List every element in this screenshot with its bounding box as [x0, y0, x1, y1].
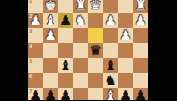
square-d1[interactable]: ♛ [88, 0, 103, 13]
white-pawn-icon[interactable]: ♟ [29, 13, 41, 28]
square-c7[interactable]: ♝ [103, 88, 118, 100]
white-knight-icon[interactable]: ♞ [74, 13, 86, 28]
square-b3[interactable]: ♟ [118, 28, 133, 43]
white-bishop-icon[interactable]: ♝ [104, 88, 116, 101]
square-f7[interactable]: ♟ [58, 88, 73, 100]
rank-label-1: 1 [29, 0, 32, 4]
black-pawn-icon[interactable]: ♟ [59, 88, 71, 101]
square-d2[interactable] [88, 13, 103, 28]
square-a4[interactable] [133, 43, 148, 58]
square-h3[interactable]: 3 [28, 28, 43, 43]
rank-label-6: 6 [29, 74, 32, 79]
square-d7[interactable] [88, 88, 103, 100]
black-pawn-icon[interactable]: ♟ [119, 88, 131, 101]
square-e6[interactable] [73, 73, 88, 88]
square-a2[interactable]: ♟ [133, 13, 148, 28]
black-knight-icon[interactable]: ♞ [104, 73, 116, 88]
square-f2[interactable]: ♟ [58, 13, 73, 28]
white-pawn-icon[interactable]: ♟ [44, 28, 56, 43]
square-d6[interactable] [88, 73, 103, 88]
black-bishop-icon[interactable]: ♝ [59, 58, 71, 73]
square-d4[interactable]: ♛ [88, 43, 103, 58]
black-queen-icon[interactable]: ♛ [89, 43, 101, 58]
square-e4[interactable] [73, 43, 88, 58]
square-c3[interactable] [103, 28, 118, 43]
square-e5[interactable] [73, 58, 88, 73]
rank-label-4: 4 [29, 44, 32, 49]
black-pawn-icon[interactable]: ♟ [134, 88, 146, 101]
square-e7[interactable] [73, 88, 88, 100]
square-g5[interactable] [43, 58, 58, 73]
square-b1[interactable] [118, 0, 133, 13]
square-f3[interactable] [58, 28, 73, 43]
white-pawn-icon[interactable]: ♟ [134, 13, 146, 28]
black-bishop-icon[interactable]: ♝ [104, 58, 116, 73]
black-pawn-icon[interactable]: ♟ [44, 88, 56, 101]
chess-board: 1♚♜♛♜2♟♝♟♞♟♟3♟♟4♛5♝♝6♞7♟♟♟♝♟♟ [28, 0, 148, 100]
square-b5[interactable] [118, 58, 133, 73]
black-pawn-icon[interactable]: ♟ [59, 13, 71, 28]
white-pawn-icon[interactable]: ♟ [104, 13, 116, 28]
rank-label-5: 5 [29, 59, 32, 64]
white-pawn-icon[interactable]: ♟ [119, 28, 131, 43]
square-a5[interactable] [133, 58, 148, 73]
square-g7[interactable]: ♟ [43, 88, 58, 100]
app-background: 1♚♜♛♜2♟♝♟♞♟♟3♟♟4♛5♝♝6♞7♟♟♟♝♟♟ [0, 0, 177, 100]
square-f5[interactable]: ♝ [58, 58, 73, 73]
square-h7[interactable]: 7♟ [28, 88, 43, 100]
square-e2[interactable]: ♞ [73, 13, 88, 28]
white-bishop-icon[interactable]: ♝ [44, 13, 56, 28]
square-g4[interactable] [43, 43, 58, 58]
square-d5[interactable] [88, 58, 103, 73]
square-a3[interactable] [133, 28, 148, 43]
square-a7[interactable]: ♟ [133, 88, 148, 100]
square-h5[interactable]: 5 [28, 58, 43, 73]
black-pawn-icon[interactable]: ♟ [29, 88, 41, 101]
square-h2[interactable]: 2♟ [28, 13, 43, 28]
square-g3[interactable]: ♟ [43, 28, 58, 43]
white-queen-icon[interactable]: ♛ [89, 0, 101, 13]
square-h4[interactable]: 4 [28, 43, 43, 58]
square-b7[interactable]: ♟ [118, 88, 133, 100]
square-b4[interactable] [118, 43, 133, 58]
rank-label-3: 3 [29, 29, 32, 34]
square-e3[interactable] [73, 28, 88, 43]
square-c2[interactable]: ♟ [103, 13, 118, 28]
